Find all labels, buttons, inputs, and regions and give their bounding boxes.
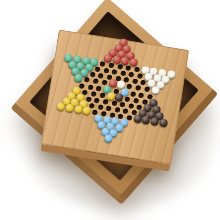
hole-4-6[interactable] [117, 64, 123, 70]
peg-yellow-12-2[interactable] [74, 105, 83, 114]
peg-yellow-12-3[interactable] [82, 106, 91, 115]
peg-dark-brown-12-11[interactable] [150, 117, 159, 126]
hole-11-4[interactable] [97, 104, 103, 110]
hole-5-4[interactable] [103, 68, 109, 74]
peg-yellow-9-4[interactable] [106, 91, 115, 100]
hole-4-5[interactable] [108, 63, 114, 69]
hole-7-2[interactable] [93, 79, 99, 85]
product-photo-chinese-checkers [0, 0, 220, 220]
hole-11-5[interactable] [106, 106, 112, 112]
hole-9-2[interactable] [91, 91, 97, 97]
hole-5-8[interactable] [137, 73, 143, 79]
hole-8-2[interactable] [96, 86, 102, 92]
board-holes [41, 29, 190, 164]
peg-yellow-12-1[interactable] [65, 103, 74, 112]
hole-6-2[interactable] [89, 72, 95, 78]
hole-7-7[interactable] [135, 86, 141, 92]
hole-8-1[interactable] [88, 84, 94, 90]
hole-10-5[interactable] [111, 100, 117, 106]
hole-11-7[interactable] [123, 108, 129, 114]
peg-light-blue-16-0[interactable] [104, 134, 113, 143]
peg-green-7-0[interactable] [74, 74, 83, 83]
hole-7-8[interactable] [144, 87, 150, 93]
hole-10-6[interactable] [120, 102, 126, 108]
hole-10-7[interactable] [128, 103, 134, 109]
hole-6-8[interactable] [140, 80, 146, 86]
hole-8-6[interactable] [130, 91, 136, 97]
peg-red-3-3[interactable] [129, 58, 138, 67]
hole-9-3[interactable] [99, 92, 105, 98]
hole-9-6[interactable] [125, 96, 131, 102]
hole-6-7[interactable] [132, 79, 138, 85]
peg-red-3-0[interactable] [103, 54, 112, 63]
hole-4-4[interactable] [100, 61, 106, 67]
hole-4-8[interactable] [134, 67, 140, 73]
hole-4-7[interactable] [125, 65, 131, 71]
hole-5-6[interactable] [120, 71, 126, 77]
hole-5-3[interactable] [95, 67, 101, 73]
hole-8-7[interactable] [139, 92, 145, 98]
game-board [41, 29, 190, 164]
hole-7-1[interactable] [84, 77, 90, 83]
hole-6-3[interactable] [98, 73, 104, 79]
peg-dark-brown-12-9[interactable] [133, 114, 142, 123]
hole-9-7[interactable] [133, 98, 139, 104]
peg-white-7-9[interactable] [151, 86, 160, 95]
peg-dark-brown-12-12[interactable] [159, 118, 168, 127]
hole-11-6[interactable] [114, 107, 120, 113]
hole-10-3[interactable] [94, 98, 100, 104]
hole-5-7[interactable] [129, 72, 135, 78]
hole-10-4[interactable] [103, 99, 109, 105]
hole-5-5[interactable] [112, 69, 118, 75]
